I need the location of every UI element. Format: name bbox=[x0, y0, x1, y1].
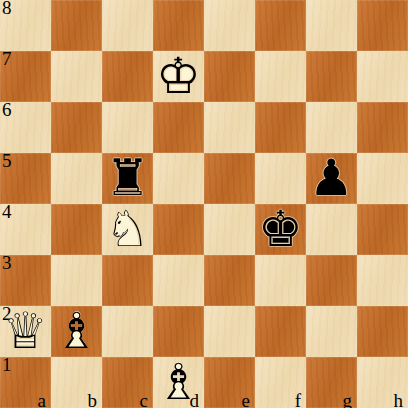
square-a8[interactable]: 8 bbox=[0, 0, 51, 51]
piece-white-knight[interactable]: ♞♘ bbox=[102, 204, 153, 255]
square-b8[interactable] bbox=[51, 0, 102, 51]
square-f5[interactable] bbox=[255, 153, 306, 204]
square-f4[interactable]: ♚ bbox=[255, 204, 306, 255]
square-e6[interactable] bbox=[204, 102, 255, 153]
white-king-glyph-outline: ♔ bbox=[153, 51, 204, 102]
square-d5[interactable] bbox=[153, 153, 204, 204]
square-f7[interactable] bbox=[255, 51, 306, 102]
square-e1[interactable]: e bbox=[204, 357, 255, 408]
file-label-f: f bbox=[295, 391, 301, 408]
chess-board: 87♚♔65♜♟4♞♘♚32♛♕♝♗1abcd♝♗efgh bbox=[0, 0, 408, 408]
rank-label-5: 5 bbox=[2, 151, 12, 172]
square-b2[interactable]: ♝♗ bbox=[51, 306, 102, 357]
square-d1[interactable]: d♝♗ bbox=[153, 357, 204, 408]
white-bishop-glyph-outline: ♗ bbox=[51, 306, 102, 357]
piece-white-queen[interactable]: ♛♕ bbox=[0, 306, 51, 357]
square-a3[interactable]: 3 bbox=[0, 255, 51, 306]
file-label-e: e bbox=[242, 391, 250, 408]
square-a5[interactable]: 5 bbox=[0, 153, 51, 204]
square-g8[interactable] bbox=[306, 0, 357, 51]
square-f8[interactable] bbox=[255, 0, 306, 51]
piece-white-bishop[interactable]: ♝♗ bbox=[51, 306, 102, 357]
square-b3[interactable] bbox=[51, 255, 102, 306]
white-queen-glyph-outline: ♕ bbox=[0, 306, 51, 357]
black-rook-glyph: ♜ bbox=[102, 153, 153, 204]
square-d4[interactable] bbox=[153, 204, 204, 255]
square-c3[interactable] bbox=[102, 255, 153, 306]
square-g7[interactable] bbox=[306, 51, 357, 102]
square-c8[interactable] bbox=[102, 0, 153, 51]
chess-board-wrapper: 87♚♔65♜♟4♞♘♚32♛♕♝♗1abcd♝♗efgh bbox=[0, 0, 408, 408]
piece-white-bishop[interactable]: ♝♗ bbox=[153, 357, 204, 408]
square-c2[interactable] bbox=[102, 306, 153, 357]
square-a6[interactable]: 6 bbox=[0, 102, 51, 153]
square-e7[interactable] bbox=[204, 51, 255, 102]
square-c6[interactable] bbox=[102, 102, 153, 153]
square-h3[interactable] bbox=[357, 255, 408, 306]
square-d6[interactable] bbox=[153, 102, 204, 153]
square-f3[interactable] bbox=[255, 255, 306, 306]
square-e4[interactable] bbox=[204, 204, 255, 255]
square-b4[interactable] bbox=[51, 204, 102, 255]
square-g5[interactable]: ♟ bbox=[306, 153, 357, 204]
square-h2[interactable] bbox=[357, 306, 408, 357]
file-label-g: g bbox=[343, 391, 353, 408]
file-label-b: b bbox=[88, 391, 98, 408]
piece-white-king[interactable]: ♚♔ bbox=[153, 51, 204, 102]
square-g1[interactable]: g bbox=[306, 357, 357, 408]
file-label-c: c bbox=[140, 391, 148, 408]
square-c1[interactable]: c bbox=[102, 357, 153, 408]
square-h8[interactable] bbox=[357, 0, 408, 51]
rank-label-3: 3 bbox=[2, 253, 12, 274]
square-f1[interactable]: f bbox=[255, 357, 306, 408]
rank-label-8: 8 bbox=[2, 0, 12, 19]
square-h1[interactable]: h bbox=[357, 357, 408, 408]
square-a1[interactable]: 1a bbox=[0, 357, 51, 408]
square-d2[interactable] bbox=[153, 306, 204, 357]
piece-black-pawn[interactable]: ♟ bbox=[306, 153, 357, 204]
file-label-a: a bbox=[38, 391, 46, 408]
square-g2[interactable] bbox=[306, 306, 357, 357]
square-b6[interactable] bbox=[51, 102, 102, 153]
square-g6[interactable] bbox=[306, 102, 357, 153]
square-c5[interactable]: ♜ bbox=[102, 153, 153, 204]
rank-label-1: 1 bbox=[2, 355, 12, 376]
square-f2[interactable] bbox=[255, 306, 306, 357]
square-e8[interactable] bbox=[204, 0, 255, 51]
square-h7[interactable] bbox=[357, 51, 408, 102]
piece-black-king[interactable]: ♚ bbox=[255, 204, 306, 255]
file-label-h: h bbox=[394, 391, 404, 408]
square-c7[interactable] bbox=[102, 51, 153, 102]
square-b1[interactable]: b bbox=[51, 357, 102, 408]
square-c4[interactable]: ♞♘ bbox=[102, 204, 153, 255]
black-pawn-glyph: ♟ bbox=[306, 153, 357, 204]
black-king-glyph: ♚ bbox=[255, 204, 306, 255]
square-a7[interactable]: 7 bbox=[0, 51, 51, 102]
square-h6[interactable] bbox=[357, 102, 408, 153]
square-g3[interactable] bbox=[306, 255, 357, 306]
square-e5[interactable] bbox=[204, 153, 255, 204]
square-a2[interactable]: 2♛♕ bbox=[0, 306, 51, 357]
rank-label-6: 6 bbox=[2, 100, 12, 121]
square-e2[interactable] bbox=[204, 306, 255, 357]
square-d7[interactable]: ♚♔ bbox=[153, 51, 204, 102]
square-h4[interactable] bbox=[357, 204, 408, 255]
white-knight-glyph-outline: ♘ bbox=[102, 204, 153, 255]
square-g4[interactable] bbox=[306, 204, 357, 255]
square-b5[interactable] bbox=[51, 153, 102, 204]
rank-label-4: 4 bbox=[2, 202, 12, 223]
square-e3[interactable] bbox=[204, 255, 255, 306]
white-bishop-glyph-outline: ♗ bbox=[153, 357, 204, 408]
rank-label-7: 7 bbox=[2, 49, 12, 70]
square-d3[interactable] bbox=[153, 255, 204, 306]
square-h5[interactable] bbox=[357, 153, 408, 204]
square-f6[interactable] bbox=[255, 102, 306, 153]
piece-black-rook[interactable]: ♜ bbox=[102, 153, 153, 204]
square-d8[interactable] bbox=[153, 0, 204, 51]
square-a4[interactable]: 4 bbox=[0, 204, 51, 255]
square-b7[interactable] bbox=[51, 51, 102, 102]
